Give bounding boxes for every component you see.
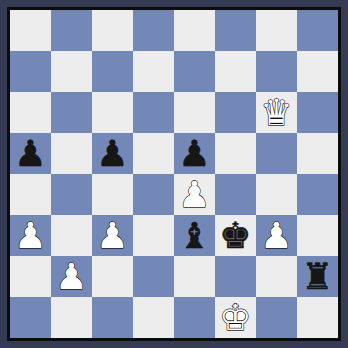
square-g4[interactable] — [256, 174, 297, 215]
square-f2[interactable] — [215, 256, 256, 297]
square-a3[interactable]: ♟ — [10, 215, 51, 256]
square-a5[interactable]: ♟ — [10, 133, 51, 174]
square-e6[interactable] — [174, 92, 215, 133]
white-pawn-a3[interactable]: ♟ — [14, 215, 46, 256]
square-g8[interactable] — [256, 10, 297, 51]
black-bishop-e3[interactable]: ♝ — [178, 215, 210, 256]
square-c3[interactable]: ♟ — [92, 215, 133, 256]
square-d6[interactable] — [133, 92, 174, 133]
square-g6[interactable]: ♛ — [256, 92, 297, 133]
square-h2[interactable]: ♜ — [297, 256, 338, 297]
square-g2[interactable] — [256, 256, 297, 297]
square-f7[interactable] — [215, 51, 256, 92]
square-a7[interactable] — [10, 51, 51, 92]
square-e1[interactable] — [174, 297, 215, 338]
square-b6[interactable] — [51, 92, 92, 133]
square-g1[interactable] — [256, 297, 297, 338]
square-d8[interactable] — [133, 10, 174, 51]
square-b1[interactable] — [51, 297, 92, 338]
white-queen-g6[interactable]: ♛ — [260, 92, 292, 133]
square-g5[interactable] — [256, 133, 297, 174]
square-d5[interactable] — [133, 133, 174, 174]
square-e5[interactable]: ♟ — [174, 133, 215, 174]
square-a1[interactable] — [10, 297, 51, 338]
square-d7[interactable] — [133, 51, 174, 92]
square-c2[interactable] — [92, 256, 133, 297]
square-c6[interactable] — [92, 92, 133, 133]
square-b4[interactable] — [51, 174, 92, 215]
square-g3[interactable]: ♟ — [256, 215, 297, 256]
white-king-f1[interactable]: ♚ — [219, 297, 251, 338]
white-pawn-b2[interactable]: ♟ — [55, 256, 87, 297]
square-f4[interactable] — [215, 174, 256, 215]
square-h7[interactable] — [297, 51, 338, 92]
square-a8[interactable] — [10, 10, 51, 51]
square-e8[interactable] — [174, 10, 215, 51]
board-frame: ♛♟♟♟♟♟♟♝♚♟♟♜♚ — [0, 0, 348, 348]
square-b5[interactable] — [51, 133, 92, 174]
square-d4[interactable] — [133, 174, 174, 215]
square-f3[interactable]: ♚ — [215, 215, 256, 256]
white-pawn-g3[interactable]: ♟ — [260, 215, 292, 256]
black-rook-h2[interactable]: ♜ — [301, 256, 333, 297]
square-c5[interactable]: ♟ — [92, 133, 133, 174]
square-a2[interactable] — [10, 256, 51, 297]
square-c1[interactable] — [92, 297, 133, 338]
square-f8[interactable] — [215, 10, 256, 51]
black-king-f3[interactable]: ♚ — [219, 215, 251, 256]
white-pawn-e4[interactable]: ♟ — [178, 174, 210, 215]
square-c7[interactable] — [92, 51, 133, 92]
square-d2[interactable] — [133, 256, 174, 297]
square-b8[interactable] — [51, 10, 92, 51]
square-e4[interactable]: ♟ — [174, 174, 215, 215]
square-a4[interactable] — [10, 174, 51, 215]
square-e2[interactable] — [174, 256, 215, 297]
square-h4[interactable] — [297, 174, 338, 215]
square-h8[interactable] — [297, 10, 338, 51]
square-h3[interactable] — [297, 215, 338, 256]
square-g7[interactable] — [256, 51, 297, 92]
black-pawn-e5[interactable]: ♟ — [178, 133, 210, 174]
board-border: ♛♟♟♟♟♟♟♝♚♟♟♜♚ — [7, 7, 341, 341]
square-d1[interactable] — [133, 297, 174, 338]
square-e7[interactable] — [174, 51, 215, 92]
square-f5[interactable] — [215, 133, 256, 174]
square-f1[interactable]: ♚ — [215, 297, 256, 338]
square-a6[interactable] — [10, 92, 51, 133]
square-e3[interactable]: ♝ — [174, 215, 215, 256]
black-pawn-a5[interactable]: ♟ — [14, 133, 46, 174]
white-pawn-c3[interactable]: ♟ — [96, 215, 128, 256]
square-b7[interactable] — [51, 51, 92, 92]
square-c8[interactable] — [92, 10, 133, 51]
square-h1[interactable] — [297, 297, 338, 338]
square-d3[interactable] — [133, 215, 174, 256]
square-f6[interactable] — [215, 92, 256, 133]
square-c4[interactable] — [92, 174, 133, 215]
square-h5[interactable] — [297, 133, 338, 174]
square-b2[interactable]: ♟ — [51, 256, 92, 297]
chess-board: ♛♟♟♟♟♟♟♝♚♟♟♜♚ — [10, 10, 338, 338]
square-h6[interactable] — [297, 92, 338, 133]
black-pawn-c5[interactable]: ♟ — [96, 133, 128, 174]
square-b3[interactable] — [51, 215, 92, 256]
